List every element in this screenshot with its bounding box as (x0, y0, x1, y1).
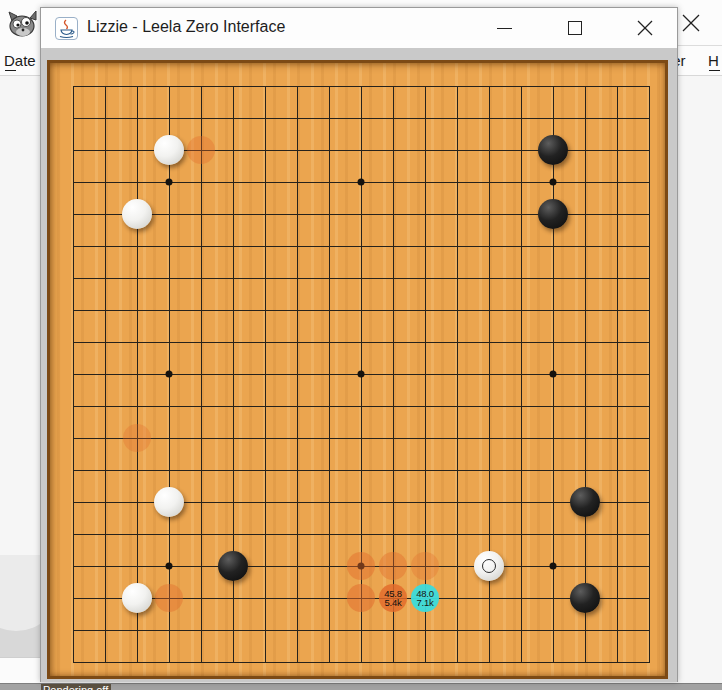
move-candidate[interactable] (379, 552, 407, 580)
move-candidate[interactable] (187, 136, 215, 164)
gimp-panel (0, 657, 40, 683)
lizzie-window: Lizzie - Leela Zero Interface 48.07.1k45… (40, 7, 678, 682)
window-title: Lizzie - Leela Zero Interface (87, 18, 285, 36)
white-stone (122, 583, 152, 613)
move-candidate[interactable] (347, 584, 375, 612)
white-stone (154, 487, 184, 517)
gimp-menu-hilfe-fragment[interactable]: H (708, 52, 719, 69)
black-stone (538, 199, 568, 229)
black-stone (538, 135, 568, 165)
candidate-visits: 7.1k (417, 598, 434, 608)
star-point (166, 563, 173, 570)
mnemonic-underline (5, 70, 16, 71)
black-stone (218, 551, 248, 581)
go-board-grid[interactable]: 48.07.1k45.85.4k (73, 86, 650, 663)
desktop: Date ter H Lizzie - Leela Zero Interface (0, 0, 722, 690)
gimp-menu-datei[interactable]: Date (4, 52, 36, 69)
star-point (550, 563, 557, 570)
white-stone (122, 199, 152, 229)
close-button[interactable] (622, 8, 667, 48)
white-stone (474, 551, 504, 581)
move-candidate[interactable] (411, 552, 439, 580)
last-move-marker (482, 559, 496, 573)
gimp-wilber-icon (8, 9, 38, 39)
star-point (358, 179, 365, 186)
star-point (550, 179, 557, 186)
background-circle-decoration (0, 555, 40, 631)
close-icon (637, 20, 653, 36)
pondering-status: Pondering off (41, 684, 111, 690)
lizzie-content: 48.07.1k45.85.4k Pondering off (41, 48, 677, 682)
background-close-icon[interactable] (682, 14, 700, 32)
star-point (166, 371, 173, 378)
go-board[interactable]: 48.07.1k45.85.4k (47, 60, 668, 679)
white-stone (154, 135, 184, 165)
candidate-visits: 5.4k (385, 598, 402, 608)
move-candidate[interactable] (123, 424, 151, 452)
maximize-button[interactable] (552, 8, 597, 48)
black-stone (570, 583, 600, 613)
best-move-candidate[interactable]: 48.07.1k (411, 584, 439, 612)
maximize-icon (568, 21, 582, 35)
star-point (166, 179, 173, 186)
minimize-icon (497, 28, 512, 29)
minimize-button[interactable] (482, 8, 527, 48)
move-candidate[interactable]: 45.85.4k (379, 584, 407, 612)
move-candidate[interactable] (155, 584, 183, 612)
black-stone (570, 487, 600, 517)
move-candidate[interactable] (347, 552, 375, 580)
java-icon (55, 17, 78, 40)
star-point (550, 371, 557, 378)
star-point (358, 371, 365, 378)
lizzie-titlebar[interactable]: Lizzie - Leela Zero Interface (41, 8, 677, 48)
mnemonic-underline (709, 70, 720, 71)
